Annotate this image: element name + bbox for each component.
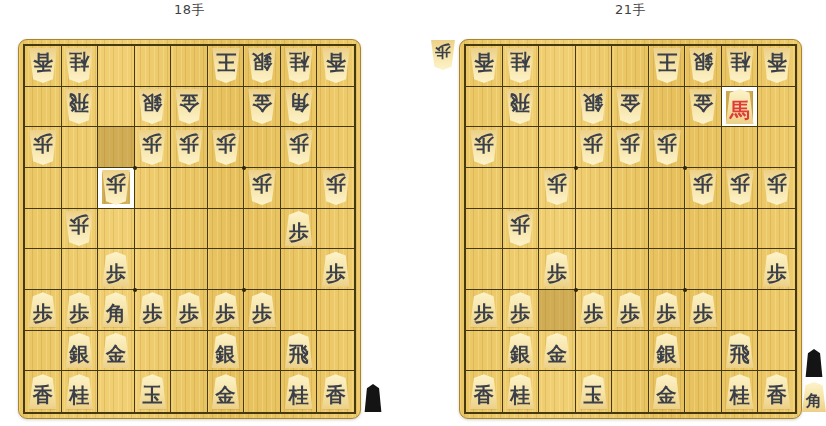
square-62: 銀 (135, 87, 172, 128)
square-83 (503, 127, 540, 168)
square-81: 桂 (62, 46, 99, 87)
piece-G-sente: 金 (542, 333, 572, 368)
square-98 (466, 331, 503, 372)
piece-kanji: 金 (547, 344, 567, 368)
move-label-left: 18手 (18, 1, 361, 18)
square-38 (244, 331, 281, 372)
piece-P-gote: 歩 (137, 130, 167, 165)
square-68 (576, 331, 613, 372)
piece-kanji: 歩 (767, 263, 787, 287)
piece-kanji: 歩 (179, 130, 199, 154)
piece-P-sente: 歩 (28, 292, 58, 327)
shogi-board: 香桂王銀桂香飛銀金金角歩歩歩歩歩歩歩歩歩歩歩歩歩歩角歩歩歩歩銀金銀飛香桂玉金桂香 (18, 39, 361, 419)
piece-S-gote: 銀 (688, 48, 718, 83)
square-72 (539, 87, 576, 128)
square-41: 王 (649, 46, 686, 87)
square-27 (281, 290, 318, 331)
square-94 (25, 168, 62, 209)
piece-G-sente: 金 (652, 374, 682, 409)
square-29: 桂 (722, 371, 759, 412)
piece-P-gote: 歩 (615, 130, 645, 165)
piece-kanji: 歩 (510, 303, 530, 327)
square-22: 角 (281, 87, 318, 128)
square-67: 歩 (135, 290, 172, 331)
piece-kanji: 桂 (730, 385, 750, 409)
piece-kanji: 桂 (289, 385, 309, 409)
piece-P-sente: 歩 (284, 211, 314, 246)
hoshi-dot (242, 166, 246, 170)
piece-L-sente: 香 (469, 374, 499, 409)
piece-kanji: 金 (693, 89, 713, 113)
sente-hand-area (359, 384, 387, 412)
square-42 (649, 87, 686, 128)
piece-K-gote: 王 (652, 48, 682, 83)
sente-hand-area: 角 (800, 349, 826, 412)
piece-kanji: 桂 (69, 385, 89, 409)
square-89: 桂 (503, 371, 540, 412)
piece-P-gote: 歩 (688, 170, 718, 205)
piece-kanji: 歩 (510, 211, 530, 235)
piece-P-sente: 歩 (762, 252, 792, 287)
piece-R-sente: 飛 (725, 333, 755, 368)
piece-kanji: 桂 (730, 48, 750, 72)
piece-P-sente: 歩 (247, 292, 277, 327)
square-26 (281, 249, 318, 290)
square-62: 銀 (576, 87, 613, 128)
square-77: 角 (98, 290, 135, 331)
square-38 (685, 331, 722, 372)
square-51 (171, 46, 208, 87)
square-53: 歩 (612, 127, 649, 168)
square-47: 歩 (649, 290, 686, 331)
square-44 (208, 168, 245, 209)
square-23: 歩 (281, 127, 318, 168)
square-99: 香 (25, 371, 62, 412)
piece-P-gote: 歩 (542, 170, 572, 205)
piece-promoted-B-sente: 馬 (725, 89, 755, 124)
piece-kanji: 飛 (510, 89, 530, 113)
piece-L-gote: 香 (469, 48, 499, 83)
square-96 (25, 249, 62, 290)
piece-B-sente: 角 (801, 382, 826, 412)
square-59 (171, 371, 208, 412)
piece-R-gote: 飛 (64, 89, 94, 124)
piece-kanji: 香 (33, 48, 53, 72)
piece-P-sente: 歩 (211, 292, 241, 327)
square-55 (171, 209, 208, 250)
piece-kanji: 歩 (693, 303, 713, 327)
piece-kanji: 歩 (693, 170, 713, 194)
piece-P-sente: 歩 (101, 252, 131, 287)
square-17 (317, 290, 354, 331)
board-after-move-21: 香桂王銀桂香飛銀金金馬歩歩歩歩歩歩歩歩歩歩歩歩歩歩歩歩歩銀金銀飛香桂玉金桂香 歩… (459, 39, 802, 419)
piece-kanji: 歩 (142, 130, 162, 154)
board-after-move-18: 香桂王銀桂香飛銀金金角歩歩歩歩歩歩歩歩歩歩歩歩歩歩角歩歩歩歩銀金銀飛香桂玉金桂香 (18, 39, 361, 419)
piece-kanji: 歩 (767, 170, 787, 194)
square-29: 桂 (281, 371, 318, 412)
square-58 (171, 331, 208, 372)
piece-P-gote: 歩 (652, 130, 682, 165)
square-49: 金 (208, 371, 245, 412)
square-51 (612, 46, 649, 87)
square-94 (466, 168, 503, 209)
square-86 (62, 249, 99, 290)
piece-kanji: 角 (806, 393, 822, 412)
piece-kanji: 金 (252, 89, 272, 113)
board-grid: 香桂王銀桂香飛銀金金馬歩歩歩歩歩歩歩歩歩歩歩歩歩歩歩歩歩銀金銀飛香桂玉金桂香 (464, 44, 797, 414)
piece-kanji: 桂 (510, 385, 530, 409)
square-45 (649, 209, 686, 250)
piece-P-gote: 歩 (430, 40, 456, 70)
piece-P-sente: 歩 (321, 252, 351, 287)
hoshi-dot (574, 166, 578, 170)
sente-player-marker (364, 384, 383, 412)
square-24 (281, 168, 318, 209)
piece-kanji: 歩 (435, 40, 451, 59)
piece-P-sente: 歩 (578, 292, 608, 327)
piece-kanji: 王 (216, 48, 236, 72)
hoshi-dot (683, 166, 687, 170)
square-74: 歩 (539, 168, 576, 209)
piece-G-sente: 金 (211, 374, 241, 409)
piece-kanji: 歩 (142, 303, 162, 327)
piece-kanji: 歩 (69, 211, 89, 235)
piece-P-sente: 歩 (174, 292, 204, 327)
piece-N-sente: 桂 (284, 374, 314, 409)
piece-N-sente: 桂 (505, 374, 535, 409)
piece-kanji: 香 (326, 385, 346, 409)
piece-B-sente: 角 (101, 292, 131, 327)
move-label-right: 21手 (459, 1, 802, 18)
piece-P-sente: 歩 (688, 292, 718, 327)
square-18 (758, 331, 795, 372)
square-52: 金 (171, 87, 208, 128)
square-23 (722, 127, 759, 168)
piece-P-gote: 歩 (469, 130, 499, 165)
square-76: 歩 (539, 249, 576, 290)
piece-kanji: 歩 (547, 170, 567, 194)
square-11: 香 (317, 46, 354, 87)
piece-kanji: 玉 (142, 385, 162, 409)
piece-kanji: 歩 (326, 170, 346, 194)
square-31: 銀 (244, 46, 281, 87)
square-11: 香 (758, 46, 795, 87)
square-74: 歩 (98, 168, 135, 209)
square-36 (685, 249, 722, 290)
square-61 (576, 46, 613, 87)
square-19: 香 (758, 371, 795, 412)
piece-R-gote: 飛 (505, 89, 535, 124)
square-95 (25, 209, 62, 250)
square-86 (503, 249, 540, 290)
piece-kanji: 歩 (583, 303, 603, 327)
piece-L-sente: 香 (28, 374, 58, 409)
square-33 (244, 127, 281, 168)
square-88: 銀 (62, 331, 99, 372)
square-98 (25, 331, 62, 372)
square-16: 歩 (758, 249, 795, 290)
piece-G-gote: 金 (688, 89, 718, 124)
piece-kanji: 香 (326, 48, 346, 72)
piece-kanji: 歩 (657, 303, 677, 327)
piece-N-gote: 桂 (64, 48, 94, 83)
piece-kanji: 香 (33, 385, 53, 409)
square-41: 王 (208, 46, 245, 87)
square-66 (135, 249, 172, 290)
piece-K-sente: 玉 (137, 374, 167, 409)
piece-S-sente: 銀 (211, 333, 241, 368)
square-52: 金 (612, 87, 649, 128)
square-84 (503, 168, 540, 209)
square-15 (758, 209, 795, 250)
piece-N-gote: 桂 (505, 48, 535, 83)
piece-kanji: 歩 (69, 303, 89, 327)
square-21: 桂 (722, 46, 759, 87)
square-25: 歩 (281, 209, 318, 250)
piece-kanji: 香 (474, 385, 494, 409)
square-75 (98, 209, 135, 250)
hoshi-dot (133, 288, 137, 292)
piece-kanji: 飛 (289, 344, 309, 368)
square-61 (135, 46, 172, 87)
square-96 (466, 249, 503, 290)
square-64 (576, 168, 613, 209)
square-81: 桂 (503, 46, 540, 87)
piece-P-gote: 歩 (28, 130, 58, 165)
square-13 (758, 127, 795, 168)
piece-kanji: 金 (620, 89, 640, 113)
hoshi-dot (574, 288, 578, 292)
gote-hand-area: 歩 (429, 40, 457, 103)
square-36 (244, 249, 281, 290)
piece-P-sente: 歩 (469, 292, 499, 327)
gote-player-marker (0, 40, 12, 68)
square-24: 歩 (722, 168, 759, 209)
square-13 (317, 127, 354, 168)
piece-kanji: 金 (106, 344, 126, 368)
piece-kanji: 銀 (693, 48, 713, 72)
piece-B-gote: 角 (284, 89, 314, 124)
square-49: 金 (649, 371, 686, 412)
square-12 (758, 87, 795, 128)
square-34: 歩 (685, 168, 722, 209)
square-17 (758, 290, 795, 331)
shogi-board: 香桂王銀桂香飛銀金金馬歩歩歩歩歩歩歩歩歩歩歩歩歩歩歩歩歩銀金銀飛香桂玉金桂香 (459, 39, 802, 419)
square-77 (539, 290, 576, 331)
square-79 (539, 371, 576, 412)
piece-N-gote: 桂 (284, 48, 314, 83)
hoshi-dot (133, 166, 137, 170)
square-64 (135, 168, 172, 209)
piece-kanji: 歩 (252, 170, 272, 194)
piece-S-gote: 銀 (247, 48, 277, 83)
piece-P-gote: 歩 (101, 170, 131, 205)
piece-L-gote: 香 (28, 48, 58, 83)
square-28: 飛 (281, 331, 318, 372)
piece-K-sente: 玉 (578, 374, 608, 409)
piece-L-sente: 香 (762, 374, 792, 409)
piece-P-sente: 歩 (652, 292, 682, 327)
square-14: 歩 (317, 168, 354, 209)
square-28: 飛 (722, 331, 759, 372)
square-54 (171, 168, 208, 209)
piece-kanji: 金 (179, 89, 199, 113)
square-39 (685, 371, 722, 412)
square-97: 歩 (466, 290, 503, 331)
square-95 (466, 209, 503, 250)
piece-L-gote: 香 (321, 48, 351, 83)
square-34: 歩 (244, 168, 281, 209)
piece-kanji: 銀 (657, 344, 677, 368)
piece-kanji: 歩 (620, 130, 640, 154)
square-35 (685, 209, 722, 250)
square-78: 金 (98, 331, 135, 372)
piece-L-sente: 香 (321, 374, 351, 409)
square-69: 玉 (576, 371, 613, 412)
piece-N-gote: 桂 (725, 48, 755, 83)
piece-kanji: 歩 (620, 303, 640, 327)
piece-P-sente: 歩 (615, 292, 645, 327)
piece-G-sente: 金 (101, 333, 131, 368)
piece-kanji: 歩 (289, 130, 309, 154)
piece-kanji: 歩 (106, 263, 126, 287)
piece-S-sente: 銀 (64, 333, 94, 368)
square-73 (98, 127, 135, 168)
piece-P-sente: 歩 (137, 292, 167, 327)
piece-kanji: 銀 (510, 344, 530, 368)
square-65 (135, 209, 172, 250)
square-12 (317, 87, 354, 128)
piece-P-gote: 歩 (64, 211, 94, 246)
square-47: 歩 (208, 290, 245, 331)
piece-kanji: 桂 (510, 48, 530, 72)
square-78: 金 (539, 331, 576, 372)
square-71 (98, 46, 135, 87)
piece-kanji: 飛 (69, 89, 89, 113)
piece-G-gote: 金 (174, 89, 204, 124)
piece-kanji: 香 (767, 385, 787, 409)
square-48: 銀 (208, 331, 245, 372)
piece-kanji: 歩 (326, 263, 346, 287)
square-63: 歩 (135, 127, 172, 168)
square-43: 歩 (208, 127, 245, 168)
square-65 (576, 209, 613, 250)
square-99: 香 (466, 371, 503, 412)
piece-kanji: 銀 (583, 89, 603, 113)
piece-S-sente: 銀 (652, 333, 682, 368)
square-14: 歩 (758, 168, 795, 209)
square-37: 歩 (685, 290, 722, 331)
square-79 (98, 371, 135, 412)
square-25 (722, 209, 759, 250)
gote-hand-area (0, 40, 16, 68)
piece-kanji: 金 (657, 385, 677, 409)
square-56 (612, 249, 649, 290)
piece-kanji: 歩 (106, 170, 126, 194)
square-93: 歩 (466, 127, 503, 168)
square-46 (208, 249, 245, 290)
square-45 (208, 209, 245, 250)
square-27 (722, 290, 759, 331)
square-87: 歩 (503, 290, 540, 331)
piece-kanji: 歩 (216, 303, 236, 327)
square-63: 歩 (576, 127, 613, 168)
sente-player-marker (805, 349, 824, 377)
piece-P-sente: 歩 (505, 292, 535, 327)
piece-kanji: 桂 (289, 48, 309, 72)
square-56 (171, 249, 208, 290)
hoshi-dot (683, 288, 687, 292)
square-97: 歩 (25, 290, 62, 331)
piece-kanji: 歩 (179, 303, 199, 327)
square-75 (539, 209, 576, 250)
square-55 (612, 209, 649, 250)
square-57: 歩 (171, 290, 208, 331)
square-35 (244, 209, 281, 250)
square-21: 桂 (281, 46, 318, 87)
piece-P-gote: 歩 (247, 170, 277, 205)
square-15 (317, 209, 354, 250)
square-67: 歩 (576, 290, 613, 331)
piece-S-gote: 銀 (137, 89, 167, 124)
square-93: 歩 (25, 127, 62, 168)
square-26 (722, 249, 759, 290)
square-92 (25, 87, 62, 128)
piece-kanji: 銀 (142, 89, 162, 113)
square-44 (649, 168, 686, 209)
piece-N-sente: 桂 (725, 374, 755, 409)
piece-P-gote: 歩 (762, 170, 792, 205)
piece-P-gote: 歩 (578, 130, 608, 165)
piece-kanji: 金 (216, 385, 236, 409)
square-85: 歩 (503, 209, 540, 250)
square-22: 馬 (722, 87, 759, 128)
square-71 (539, 46, 576, 87)
piece-P-sente: 歩 (64, 292, 94, 327)
gote-player-marker (434, 75, 453, 103)
piece-kanji: 桂 (69, 48, 89, 72)
piece-kanji: 歩 (474, 303, 494, 327)
piece-kanji: 玉 (583, 385, 603, 409)
square-83 (62, 127, 99, 168)
piece-kanji: 角 (106, 303, 126, 327)
square-43: 歩 (649, 127, 686, 168)
square-46 (649, 249, 686, 290)
square-16: 歩 (317, 249, 354, 290)
square-68 (135, 331, 172, 372)
piece-P-sente: 歩 (542, 252, 572, 287)
piece-P-gote: 歩 (505, 211, 535, 246)
square-82: 飛 (62, 87, 99, 128)
piece-kanji: 香 (474, 48, 494, 72)
square-57: 歩 (612, 290, 649, 331)
piece-P-gote: 歩 (174, 130, 204, 165)
piece-kanji: 銀 (252, 48, 272, 72)
piece-kanji: 歩 (657, 130, 677, 154)
piece-P-gote: 歩 (211, 130, 241, 165)
square-19: 香 (317, 371, 354, 412)
square-72 (98, 87, 135, 128)
square-88: 銀 (503, 331, 540, 372)
square-58 (612, 331, 649, 372)
square-18 (317, 331, 354, 372)
board-grid: 香桂王銀桂香飛銀金金角歩歩歩歩歩歩歩歩歩歩歩歩歩歩角歩歩歩歩銀金銀飛香桂玉金桂香 (23, 44, 356, 414)
square-85: 歩 (62, 209, 99, 250)
square-42 (208, 87, 245, 128)
square-69: 玉 (135, 371, 172, 412)
piece-L-gote: 香 (762, 48, 792, 83)
piece-G-gote: 金 (615, 89, 645, 124)
